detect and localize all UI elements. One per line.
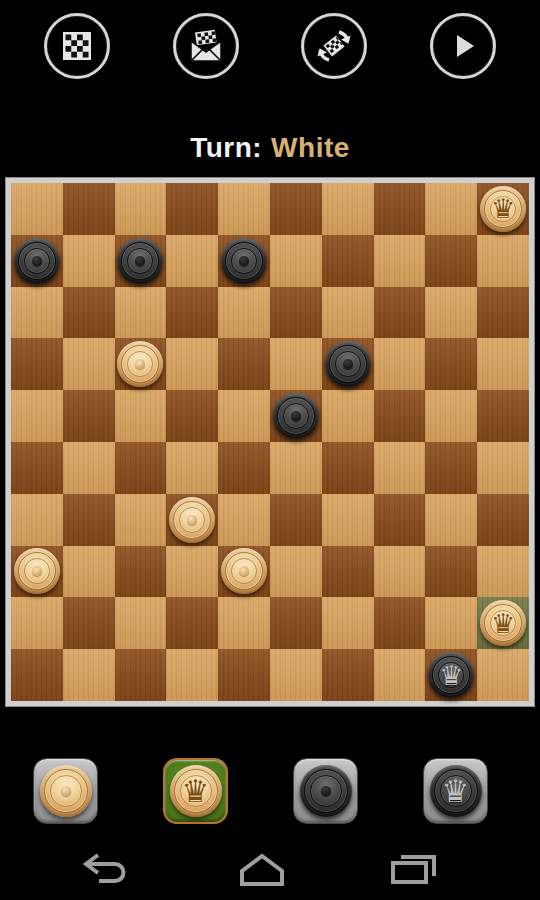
board-square-r3c9[interactable]	[425, 287, 477, 339]
board-square-r2c6[interactable]	[270, 235, 322, 287]
piece-center-dot	[321, 786, 331, 796]
board-square-r9c3[interactable]	[115, 597, 167, 649]
select-black-man-button[interactable]	[293, 758, 358, 824]
board-square-r1c3[interactable]	[115, 183, 167, 235]
board-square-r1c9[interactable]	[425, 183, 477, 235]
black-man-piece[interactable]	[300, 765, 352, 817]
board-square-r10c8[interactable]	[374, 649, 426, 701]
board-square-r3c7[interactable]	[322, 287, 374, 339]
board-square-r8c1[interactable]	[11, 546, 63, 598]
black-man-piece[interactable]	[273, 393, 319, 439]
select-white-man-button[interactable]	[33, 758, 98, 824]
flip-board-button[interactable]	[301, 13, 367, 79]
board-square-r4c5[interactable]	[218, 338, 270, 390]
checkerboard-icon	[61, 30, 93, 62]
board-square-r2c9[interactable]	[425, 235, 477, 287]
board-square-r4c2[interactable]	[63, 338, 115, 390]
board-square-r5c3[interactable]	[115, 390, 167, 442]
board-square-r1c1[interactable]	[11, 183, 63, 235]
board-square-r10c10[interactable]	[477, 649, 529, 701]
piece-center-dot	[291, 411, 301, 421]
white-man-piece[interactable]	[40, 765, 92, 817]
board-square-r1c4[interactable]	[166, 183, 218, 235]
board-square-r7c1[interactable]	[11, 494, 63, 546]
piece-center-dot	[61, 786, 71, 796]
piece-center-dot	[135, 256, 145, 266]
board-square-r2c7[interactable]	[322, 235, 374, 287]
white-king-piece[interactable]: ♛	[480, 186, 526, 232]
board-square-r6c4[interactable]	[166, 442, 218, 494]
board-square-r9c9[interactable]	[425, 597, 477, 649]
board-square-r4c7[interactable]	[322, 338, 374, 390]
piece-center-dot	[32, 256, 42, 266]
board-square-r7c9[interactable]	[425, 494, 477, 546]
crown-icon: ♛	[442, 776, 470, 807]
white-man-piece[interactable]	[14, 548, 60, 594]
board-square-r5c7[interactable]	[322, 390, 374, 442]
turn-label: Turn:	[190, 132, 262, 163]
share-position-button[interactable]	[173, 13, 239, 79]
board-square-r7c2[interactable]	[63, 494, 115, 546]
nav-back-button[interactable]	[82, 852, 132, 886]
nav-recents-button[interactable]	[390, 853, 438, 884]
board-square-r2c5[interactable]	[218, 235, 270, 287]
piece-center-dot	[239, 566, 249, 576]
board-setup-button[interactable]	[44, 13, 110, 79]
board-square-r7c10[interactable]	[477, 494, 529, 546]
white-king-piece[interactable]: ♛	[480, 600, 526, 646]
home-icon	[238, 853, 286, 886]
board-square-r8c2[interactable]	[63, 546, 115, 598]
board-square-r10c7[interactable]	[322, 649, 374, 701]
white-man-piece[interactable]	[221, 548, 267, 594]
board-square-r6c2[interactable]	[63, 442, 115, 494]
crown-icon: ♛	[182, 776, 210, 807]
board-square-r8c9[interactable]	[425, 546, 477, 598]
board-square-r7c4[interactable]	[166, 494, 218, 546]
board-square-r10c5[interactable]	[218, 649, 270, 701]
crown-icon: ♛	[491, 610, 515, 637]
board-square-r6c6[interactable]	[270, 442, 322, 494]
board: ♛♛♛	[11, 183, 529, 701]
board-square-r3c3[interactable]	[115, 287, 167, 339]
board-square-r10c9[interactable]: ♛	[425, 649, 477, 701]
board-square-r6c8[interactable]	[374, 442, 426, 494]
board-square-r6c10[interactable]	[477, 442, 529, 494]
black-man-piece[interactable]	[325, 341, 371, 387]
toolbar	[0, 13, 540, 79]
board-square-r5c6[interactable]	[270, 390, 322, 442]
board-square-r2c1[interactable]	[11, 235, 63, 287]
board-square-r9c7[interactable]	[322, 597, 374, 649]
board-square-r6c5[interactable]	[218, 442, 270, 494]
board-square-r4c9[interactable]	[425, 338, 477, 390]
board-square-r3c10[interactable]	[477, 287, 529, 339]
board-square-r3c5[interactable]	[218, 287, 270, 339]
select-black-king-button[interactable]: ♛	[423, 758, 488, 824]
board-square-r3c2[interactable]	[63, 287, 115, 339]
board-square-r5c4[interactable]	[166, 390, 218, 442]
board-square-r4c3[interactable]	[115, 338, 167, 390]
board-square-r1c7[interactable]	[322, 183, 374, 235]
board-square-r9c4[interactable]	[166, 597, 218, 649]
board-square-r10c6[interactable]	[270, 649, 322, 701]
board-square-r10c1[interactable]	[11, 649, 63, 701]
rotate-board-icon	[315, 27, 353, 65]
crown-icon: ♛	[491, 195, 515, 222]
black-man-piece[interactable]	[117, 238, 163, 284]
board-square-r1c6[interactable]	[270, 183, 322, 235]
piece-center-dot	[135, 359, 145, 369]
black-man-piece[interactable]	[14, 238, 60, 284]
board-square-r10c3[interactable]	[115, 649, 167, 701]
turn-value: White	[271, 132, 350, 163]
board-square-r9c10[interactable]: ♛	[477, 597, 529, 649]
board-square-r8c5[interactable]	[218, 546, 270, 598]
piece-center-dot	[239, 256, 249, 266]
play-icon	[448, 31, 478, 61]
black-man-piece[interactable]	[221, 238, 267, 284]
board-square-r1c8[interactable]	[374, 183, 426, 235]
board-square-r2c3[interactable]	[115, 235, 167, 287]
board-square-r7c3[interactable]	[115, 494, 167, 546]
board-square-r2c2[interactable]	[63, 235, 115, 287]
turn-status: Turn:White	[0, 132, 540, 164]
board-square-r2c8[interactable]	[374, 235, 426, 287]
white-man-piece[interactable]	[117, 341, 163, 387]
board-square-r3c6[interactable]	[270, 287, 322, 339]
board-square-r5c2[interactable]	[63, 390, 115, 442]
board-square-r9c1[interactable]	[11, 597, 63, 649]
piece-selector: ♛ ♛	[33, 758, 488, 824]
board-square-r10c2[interactable]	[63, 649, 115, 701]
board-square-r6c9[interactable]	[425, 442, 477, 494]
board-square-r7c7[interactable]	[322, 494, 374, 546]
board-square-r9c2[interactable]	[63, 597, 115, 649]
recents-icon	[390, 853, 438, 884]
board-square-r1c2[interactable]	[63, 183, 115, 235]
board-square-r4c1[interactable]	[11, 338, 63, 390]
board-square-r3c1[interactable]	[11, 287, 63, 339]
board-square-r5c8[interactable]	[374, 390, 426, 442]
board-square-r4c10[interactable]	[477, 338, 529, 390]
board-square-r4c8[interactable]	[374, 338, 426, 390]
board-square-r6c7[interactable]	[322, 442, 374, 494]
black-king-piece[interactable]: ♛	[430, 765, 482, 817]
board-square-r5c5[interactable]	[218, 390, 270, 442]
board-square-r8c3[interactable]	[115, 546, 167, 598]
nav-home-button[interactable]	[238, 853, 286, 886]
play-button[interactable]	[430, 13, 496, 79]
board-square-r8c10[interactable]	[477, 546, 529, 598]
piece-center-dot	[187, 515, 197, 525]
board-square-r7c6[interactable]	[270, 494, 322, 546]
board-square-r9c6[interactable]	[270, 597, 322, 649]
board-square-r1c10[interactable]: ♛	[477, 183, 529, 235]
android-nav-bar	[0, 845, 540, 900]
back-icon	[82, 852, 132, 886]
board-square-r8c4[interactable]	[166, 546, 218, 598]
board-square-r9c8[interactable]	[374, 597, 426, 649]
board-square-r7c5[interactable]	[218, 494, 270, 546]
piece-center-dot	[32, 566, 42, 576]
piece-center-dot	[343, 359, 353, 369]
board-square-r3c4[interactable]	[166, 287, 218, 339]
board-square-r5c10[interactable]	[477, 390, 529, 442]
white-man-piece[interactable]	[169, 497, 215, 543]
envelope-checkerboard-icon	[188, 29, 224, 63]
app-screen: Turn:White ♛♛♛ ♛ ♛	[0, 0, 540, 900]
white-king-piece[interactable]: ♛	[170, 765, 222, 817]
board-square-r4c6[interactable]	[270, 338, 322, 390]
board-frame: ♛♛♛	[6, 178, 534, 706]
board-square-r5c1[interactable]	[11, 390, 63, 442]
board-square-r8c6[interactable]	[270, 546, 322, 598]
board-square-r5c9[interactable]	[425, 390, 477, 442]
crown-icon: ♛	[439, 662, 463, 689]
select-white-king-button[interactable]: ♛	[163, 758, 228, 824]
board-square-r3c8[interactable]	[374, 287, 426, 339]
board-square-r1c5[interactable]	[218, 183, 270, 235]
board-square-r8c7[interactable]	[322, 546, 374, 598]
board-square-r6c1[interactable]	[11, 442, 63, 494]
board-square-r7c8[interactable]	[374, 494, 426, 546]
black-king-piece[interactable]: ♛	[428, 652, 474, 698]
board-square-r2c10[interactable]	[477, 235, 529, 287]
board-square-r2c4[interactable]	[166, 235, 218, 287]
board-square-r8c8[interactable]	[374, 546, 426, 598]
board-square-r4c4[interactable]	[166, 338, 218, 390]
board-square-r10c4[interactable]	[166, 649, 218, 701]
board-square-r9c5[interactable]	[218, 597, 270, 649]
board-square-r6c3[interactable]	[115, 442, 167, 494]
